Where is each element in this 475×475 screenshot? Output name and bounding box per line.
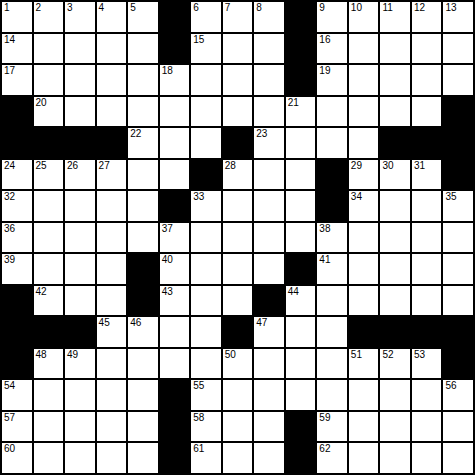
black-square-r9c10 [286,254,316,284]
black-square-r5c3 [65,128,95,158]
clue-number-26: 26 [67,160,78,172]
cell-r10c4[interactable] [97,286,127,316]
cell-r1c1[interactable]: 1 [2,2,32,32]
cell-r12c7[interactable] [191,349,221,379]
cell-r15c7[interactable]: 61 [191,443,221,473]
cell-r1c4[interactable]: 4 [97,2,127,32]
clue-number-27: 27 [99,160,110,172]
cell-r15c3[interactable] [65,443,95,473]
clue-number-16: 16 [319,34,330,46]
cell-r6c1[interactable]: 24 [2,160,32,190]
cell-r8c3[interactable] [65,223,95,253]
cell-r1c2[interactable]: 2 [34,2,64,32]
clue-number-3: 3 [67,2,73,14]
black-square-r14c10 [286,412,316,442]
cell-r15c4[interactable] [97,443,127,473]
cell-r11c7[interactable] [191,317,221,347]
cell-r7c12[interactable]: 34 [349,191,379,221]
cell-r4c9[interactable] [254,97,284,127]
cell-r12c12[interactable]: 51 [349,349,379,379]
cell-r7c2[interactable] [34,191,64,221]
cell-r2c12[interactable] [349,34,379,64]
cell-r13c1[interactable]: 54 [2,380,32,410]
clue-number-40: 40 [162,254,173,266]
cell-r11c6[interactable] [160,317,190,347]
cell-r14c15[interactable] [443,412,473,442]
cell-r13c2[interactable] [34,380,64,410]
cell-r3c12[interactable] [349,65,379,95]
cell-r5c5[interactable]: 22 [128,128,158,158]
clue-number-23: 23 [256,128,267,140]
black-square-r11c8 [223,317,253,347]
black-square-r6c7 [191,160,221,190]
cell-r10c7[interactable] [191,286,221,316]
cell-r14c3[interactable] [65,412,95,442]
black-square-r5c14 [412,128,442,158]
cell-r14c5[interactable] [128,412,158,442]
clue-number-58: 58 [193,412,204,424]
clue-number-44: 44 [288,286,299,298]
cell-r1c8[interactable]: 7 [223,2,253,32]
cell-r15c11[interactable]: 62 [317,443,347,473]
cell-r4c10[interactable]: 21 [286,97,316,127]
cell-r14c14[interactable] [412,412,442,442]
cell-r10c8[interactable] [223,286,253,316]
black-square-r10c5 [128,286,158,316]
cell-r9c9[interactable] [254,254,284,284]
cell-r9c6[interactable]: 40 [160,254,190,284]
cell-r12c14[interactable]: 53 [412,349,442,379]
clue-number-21: 21 [288,97,299,109]
cell-r1c7[interactable]: 6 [191,2,221,32]
cell-r7c10[interactable] [286,191,316,221]
cell-r4c3[interactable] [65,97,95,127]
clue-number-32: 32 [4,191,15,203]
cell-r14c13[interactable] [380,412,410,442]
cell-r4c6[interactable] [160,97,190,127]
crossword-board: 1234567891011121314151617181920212223242… [0,0,475,475]
cell-r14c2[interactable] [34,412,64,442]
black-square-r4c1 [2,97,32,127]
cell-r9c12[interactable] [349,254,379,284]
cell-r2c8[interactable] [223,34,253,64]
cell-r7c5[interactable] [128,191,158,221]
black-square-r10c9 [254,286,284,316]
cell-r1c11[interactable]: 9 [317,2,347,32]
cell-r15c8[interactable] [223,443,253,473]
clue-number-8: 8 [256,2,262,14]
clue-number-60: 60 [4,443,15,455]
black-square-r15c10 [286,443,316,473]
clue-number-56: 56 [445,380,456,392]
cell-r12c5[interactable] [128,349,158,379]
cell-r10c10[interactable]: 44 [286,286,316,316]
black-square-r7c6 [160,191,190,221]
clue-number-6: 6 [193,2,199,14]
black-square-r3c10 [286,65,316,95]
black-square-r11c15 [443,317,473,347]
cell-r3c2[interactable] [34,65,64,95]
cell-r13c8[interactable] [223,380,253,410]
cell-r5c12[interactable] [349,128,379,158]
cell-r8c1[interactable]: 36 [2,223,32,253]
black-square-r5c4 [97,128,127,158]
clue-number-42: 42 [36,286,47,298]
cell-r11c11[interactable] [317,317,347,347]
cell-r1c14[interactable]: 12 [412,2,442,32]
cell-r11c10[interactable] [286,317,316,347]
cell-r13c4[interactable] [97,380,127,410]
cell-r7c9[interactable] [254,191,284,221]
cell-r3c11[interactable]: 19 [317,65,347,95]
black-square-r12c15 [443,349,473,379]
cell-r6c2[interactable]: 25 [34,160,64,190]
cell-r4c5[interactable] [128,97,158,127]
clue-number-18: 18 [162,65,173,77]
cell-r1c12[interactable]: 10 [349,2,379,32]
clue-number-2: 2 [36,2,42,14]
cell-r12c8[interactable]: 50 [223,349,253,379]
clue-number-36: 36 [4,223,15,235]
clue-number-35: 35 [445,191,456,203]
cell-r9c11[interactable]: 41 [317,254,347,284]
cell-r3c15[interactable] [443,65,473,95]
cell-r5c7[interactable] [191,128,221,158]
cell-r5c9[interactable]: 23 [254,128,284,158]
cell-r13c14[interactable] [412,380,442,410]
black-square-r11c13 [380,317,410,347]
cell-r7c8[interactable] [223,191,253,221]
cell-r8c15[interactable] [443,223,473,253]
cell-r2c4[interactable] [97,34,127,64]
cell-r12c4[interactable] [97,349,127,379]
cell-r4c2[interactable]: 20 [34,97,64,127]
cell-r3c6[interactable]: 18 [160,65,190,95]
cell-r7c14[interactable] [412,191,442,221]
cell-r7c13[interactable] [380,191,410,221]
cell-r6c5[interactable] [128,160,158,190]
cell-r8c4[interactable] [97,223,127,253]
cell-r6c4[interactable]: 27 [97,160,127,190]
clue-number-41: 41 [319,254,330,266]
black-square-r1c6 [160,2,190,32]
cell-r7c3[interactable] [65,191,95,221]
cell-r1c5[interactable]: 5 [128,2,158,32]
clue-number-11: 11 [382,2,392,14]
clue-number-31: 31 [414,160,425,172]
black-square-r1c10 [286,2,316,32]
clue-number-19: 19 [319,65,330,77]
cell-r3c8[interactable] [223,65,253,95]
cell-r13c13[interactable] [380,380,410,410]
cell-r9c2[interactable] [34,254,64,284]
cell-r14c8[interactable] [223,412,253,442]
cell-r13c7[interactable]: 55 [191,380,221,410]
cell-r9c8[interactable] [223,254,253,284]
cell-r7c1[interactable]: 32 [2,191,32,221]
black-square-r11c2 [34,317,64,347]
black-square-r7c11 [317,191,347,221]
cell-r8c14[interactable] [412,223,442,253]
cell-r5c10[interactable] [286,128,316,158]
black-square-r6c15 [443,160,473,190]
cell-r3c4[interactable] [97,65,127,95]
black-square-r11c14 [412,317,442,347]
clue-number-17: 17 [4,65,15,77]
clue-number-20: 20 [36,97,47,109]
cell-r8c5[interactable] [128,223,158,253]
black-square-r11c1 [2,317,32,347]
clue-number-46: 46 [130,317,141,329]
cell-r14c7[interactable]: 58 [191,412,221,442]
cell-r13c12[interactable] [349,380,379,410]
black-square-r12c1 [2,349,32,379]
cell-r10c6[interactable]: 43 [160,286,190,316]
cell-r8c10[interactable] [286,223,316,253]
clue-number-39: 39 [4,254,15,266]
clue-number-14: 14 [4,34,15,46]
cell-r3c9[interactable] [254,65,284,95]
cell-r10c14[interactable] [412,286,442,316]
cell-r12c10[interactable] [286,349,316,379]
clue-number-59: 59 [319,412,330,424]
black-square-r5c13 [380,128,410,158]
clue-number-57: 57 [4,412,15,424]
clue-number-7: 7 [225,2,231,14]
cell-r9c4[interactable] [97,254,127,284]
cell-r11c4[interactable]: 45 [97,317,127,347]
cell-r10c3[interactable] [65,286,95,316]
clue-number-43: 43 [162,286,173,298]
cell-r4c14[interactable] [412,97,442,127]
clue-number-24: 24 [4,160,15,172]
cell-r2c15[interactable] [443,34,473,64]
cell-r13c5[interactable] [128,380,158,410]
cell-r14c1[interactable]: 57 [2,412,32,442]
black-square-r4c15 [443,97,473,127]
black-square-r13c6 [160,380,190,410]
cell-r3c1[interactable]: 17 [2,65,32,95]
cell-r2c11[interactable]: 16 [317,34,347,64]
cell-r6c10[interactable] [286,160,316,190]
black-square-r2c10 [286,34,316,64]
clue-number-49: 49 [67,349,78,361]
clue-number-13: 13 [445,2,456,14]
clue-number-37: 37 [162,223,173,235]
cell-r11c9[interactable]: 47 [254,317,284,347]
cell-r10c13[interactable] [380,286,410,316]
cell-r2c1[interactable]: 14 [2,34,32,64]
clue-number-5: 5 [130,2,136,14]
clue-number-45: 45 [99,317,110,329]
cell-r2c2[interactable] [34,34,64,64]
cell-r8c7[interactable] [191,223,221,253]
cell-r3c13[interactable] [380,65,410,95]
clue-number-9: 9 [319,2,325,14]
cell-r13c15[interactable]: 56 [443,380,473,410]
cell-r6c6[interactable] [160,160,190,190]
clue-number-12: 12 [414,2,425,14]
black-square-r9c5 [128,254,158,284]
cell-r3c5[interactable] [128,65,158,95]
clue-number-1: 1 [4,2,10,14]
clue-number-51: 51 [351,349,362,361]
cell-r5c11[interactable] [317,128,347,158]
cell-r8c8[interactable] [223,223,253,253]
cell-r13c9[interactable] [254,380,284,410]
cell-r12c3[interactable]: 49 [65,349,95,379]
clue-number-30: 30 [382,160,393,172]
cell-r8c6[interactable]: 37 [160,223,190,253]
cell-r1c3[interactable]: 3 [65,2,95,32]
cell-r2c9[interactable] [254,34,284,64]
cell-r9c15[interactable] [443,254,473,284]
black-square-r14c6 [160,412,190,442]
cell-r13c10[interactable] [286,380,316,410]
cell-r14c12[interactable] [349,412,379,442]
cell-r4c12[interactable] [349,97,379,127]
cell-r9c7[interactable] [191,254,221,284]
black-square-r10c1 [2,286,32,316]
cell-r3c14[interactable] [412,65,442,95]
cell-r9c3[interactable] [65,254,95,284]
cell-r2c5[interactable] [128,34,158,64]
clue-number-53: 53 [414,349,425,361]
clue-number-61: 61 [193,443,204,455]
cell-r12c9[interactable] [254,349,284,379]
cell-r2c14[interactable] [412,34,442,64]
black-square-r5c8 [223,128,253,158]
cell-r4c13[interactable] [380,97,410,127]
cell-r6c3[interactable]: 26 [65,160,95,190]
cell-r2c7[interactable]: 15 [191,34,221,64]
cell-r1c13[interactable]: 11 [380,2,410,32]
cell-r6c8[interactable]: 28 [223,160,253,190]
clue-number-10: 10 [351,2,362,14]
cell-r6c12[interactable]: 29 [349,160,379,190]
clue-number-47: 47 [256,317,267,329]
cell-r8c2[interactable] [34,223,64,253]
cell-r2c13[interactable] [380,34,410,64]
cell-r14c11[interactable]: 59 [317,412,347,442]
cell-r7c4[interactable] [97,191,127,221]
clue-number-25: 25 [36,160,47,172]
cell-r15c2[interactable] [34,443,64,473]
clue-number-29: 29 [351,160,362,172]
clue-number-48: 48 [36,349,47,361]
black-square-r5c15 [443,128,473,158]
black-square-r15c6 [160,443,190,473]
black-square-r5c2 [34,128,64,158]
cell-r7c15[interactable]: 35 [443,191,473,221]
clue-number-52: 52 [382,349,393,361]
cell-r10c12[interactable] [349,286,379,316]
cell-r13c3[interactable] [65,380,95,410]
cell-r14c4[interactable] [97,412,127,442]
cell-r13c11[interactable] [317,380,347,410]
cell-r4c8[interactable] [223,97,253,127]
cell-r15c5[interactable] [128,443,158,473]
cell-r10c11[interactable] [317,286,347,316]
cell-r10c15[interactable] [443,286,473,316]
black-square-r11c3 [65,317,95,347]
cell-r15c13[interactable] [380,443,410,473]
cell-r12c6[interactable] [160,349,190,379]
clue-number-50: 50 [225,349,236,361]
cell-r15c9[interactable] [254,443,284,473]
cell-r4c4[interactable] [97,97,127,127]
cell-r4c7[interactable] [191,97,221,127]
cell-r9c1[interactable]: 39 [2,254,32,284]
cell-r15c1[interactable]: 60 [2,443,32,473]
black-square-r5c1 [2,128,32,158]
cell-r15c15[interactable] [443,443,473,473]
cell-r1c15[interactable]: 13 [443,2,473,32]
clue-number-55: 55 [193,380,204,392]
clue-number-28: 28 [225,160,236,172]
black-square-r6c11 [317,160,347,190]
cell-r3c3[interactable] [65,65,95,95]
cell-r12c2[interactable]: 48 [34,349,64,379]
cell-r10c2[interactable]: 42 [34,286,64,316]
cell-r6c9[interactable] [254,160,284,190]
cell-r14c9[interactable] [254,412,284,442]
black-square-r11c12 [349,317,379,347]
cell-r9c14[interactable] [412,254,442,284]
cell-r7c7[interactable]: 33 [191,191,221,221]
cell-r12c11[interactable] [317,349,347,379]
cell-r11c5[interactable]: 46 [128,317,158,347]
cell-r8c11[interactable]: 38 [317,223,347,253]
clue-number-4: 4 [99,2,105,14]
cell-r15c12[interactable] [349,443,379,473]
cell-r2c3[interactable] [65,34,95,64]
clue-number-15: 15 [193,34,204,46]
cell-r6c14[interactable]: 31 [412,160,442,190]
cell-r12c13[interactable]: 52 [380,349,410,379]
cell-r8c13[interactable] [380,223,410,253]
clue-number-54: 54 [4,380,15,392]
clue-number-38: 38 [319,223,330,235]
clue-number-33: 33 [193,191,204,203]
cell-r8c12[interactable] [349,223,379,253]
cell-r6c13[interactable]: 30 [380,160,410,190]
cell-r8c9[interactable] [254,223,284,253]
cell-r15c14[interactable] [412,443,442,473]
cell-r3c7[interactable] [191,65,221,95]
cell-r5c6[interactable] [160,128,190,158]
clue-number-34: 34 [351,191,362,203]
black-square-r2c6 [160,34,190,64]
cell-r4c11[interactable] [317,97,347,127]
clue-number-62: 62 [319,443,330,455]
cell-r9c13[interactable] [380,254,410,284]
clue-number-22: 22 [130,128,141,140]
cell-r1c9[interactable]: 8 [254,2,284,32]
